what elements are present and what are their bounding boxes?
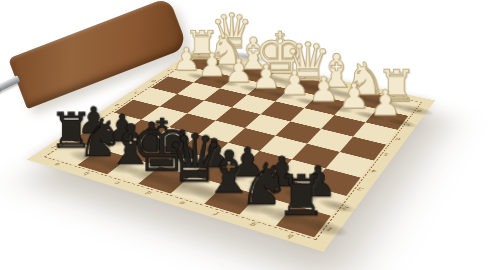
piece-glyph: ♟ (279, 67, 309, 101)
chess-board: aabbccddeeffgghh1122334455667788 ♜♞♝♚♛♝♞… (27, 49, 435, 251)
piece-glyph: ♟ (198, 49, 227, 81)
board-scene: aabbccddeeffgghh1122334455667788 ♜♞♝♚♛♝♞… (0, 0, 500, 270)
piece-glyph: ♟ (251, 61, 281, 94)
piece-glyph: ♜ (276, 168, 326, 224)
piece-glyph: ♟ (172, 44, 200, 76)
piece-glyph: ♟ (308, 73, 339, 107)
product-photo-stage: aabbccddeeffgghh1122334455667788 ♜♞♝♚♛♝♞… (0, 0, 500, 270)
piece-glyph: ♟ (338, 79, 369, 114)
piece-glyph: ♟ (370, 86, 402, 121)
piece-glyph: ♟ (224, 55, 253, 88)
board-pieces: ♜♞♝♚♛♝♞♜♟♟♟♟♟♟♟♟♟♟♟♟♟♟♟♟♜♞♝♚♛♝♞♜♛ (27, 49, 435, 251)
